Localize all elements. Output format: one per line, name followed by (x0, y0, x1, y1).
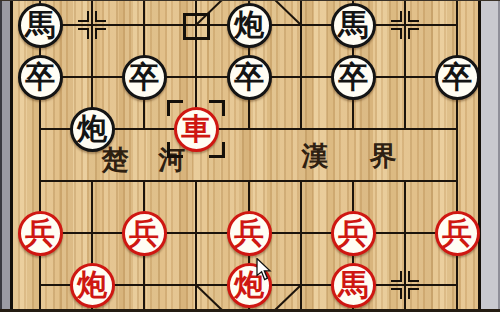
mouse-cursor (256, 258, 273, 286)
point-marker-corner (78, 11, 89, 22)
grid-file-i (456, 0, 458, 312)
selection-bracket (167, 100, 183, 116)
piece-red-cannon-b7[interactable]: 炮 (70, 263, 115, 308)
piece-black-horse-g2[interactable]: 馬 (331, 3, 376, 48)
grid-file-f-bottom (300, 181, 302, 312)
point-marker-corner (78, 28, 89, 39)
piece-black-soldier-a3[interactable]: 卒 (18, 55, 63, 100)
board-frame-left (10, 0, 13, 312)
point-marker-corner (408, 28, 419, 39)
board-frame-right (478, 0, 481, 312)
point-marker-corner (95, 11, 106, 22)
piece-black-soldier-g3[interactable]: 卒 (331, 55, 376, 100)
selection-bracket (209, 142, 225, 158)
grid-rank-5 (39, 180, 458, 182)
grid-file-d-bottom (195, 181, 197, 312)
point-marker-corner (391, 288, 402, 299)
piece-red-soldier-c6[interactable]: 兵 (122, 211, 167, 256)
point-marker-corner (408, 288, 419, 299)
point-marker-corner (408, 11, 419, 22)
point-marker-corner (391, 11, 402, 22)
xiangqi-game-window: 楚河漢界馬炮馬卒卒卒卒卒炮車兵兵兵兵兵炮炮馬 (0, 0, 500, 312)
piece-black-soldier-c3[interactable]: 卒 (122, 55, 167, 100)
piece-red-horse-g7[interactable]: 馬 (331, 263, 376, 308)
window-border-left (0, 0, 10, 312)
selection-bracket (167, 142, 183, 158)
piece-red-soldier-g6[interactable]: 兵 (331, 211, 376, 256)
point-marker-corner (408, 271, 419, 282)
river-label-han: 漢 (300, 141, 330, 171)
window-border-top (0, 0, 500, 1)
grid-file-f-top (300, 0, 302, 129)
window-border-right (481, 0, 500, 312)
point-marker-b2 (77, 10, 107, 40)
piece-red-soldier-e6[interactable]: 兵 (227, 211, 272, 256)
river-label-chu: 楚 (100, 145, 130, 175)
piece-red-soldier-a6[interactable]: 兵 (18, 211, 63, 256)
selection-bracket (209, 100, 225, 116)
piece-black-horse-a2[interactable]: 馬 (18, 3, 63, 48)
piece-black-soldier-i3[interactable]: 卒 (435, 55, 480, 100)
point-marker-corner (95, 28, 106, 39)
piece-black-cannon-b4[interactable]: 炮 (70, 107, 115, 152)
piece-black-soldier-e3[interactable]: 卒 (227, 55, 272, 100)
point-marker-corner (391, 271, 402, 282)
piece-red-soldier-i6[interactable]: 兵 (435, 211, 480, 256)
river-label-jie: 界 (368, 141, 398, 171)
selected-piece-frame-d4 (167, 100, 225, 158)
point-marker-h7 (390, 270, 420, 300)
point-marker-corner (391, 28, 402, 39)
move-origin-marker-d2 (183, 13, 210, 40)
point-marker-h2 (390, 10, 420, 40)
piece-black-cannon-e2[interactable]: 炮 (227, 3, 272, 48)
